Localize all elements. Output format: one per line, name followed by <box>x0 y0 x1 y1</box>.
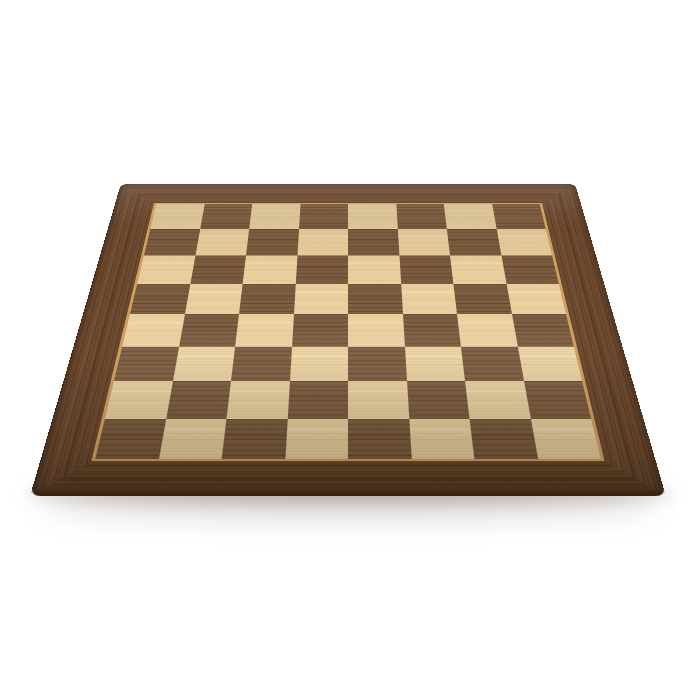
square-a5 <box>130 284 190 314</box>
square-c8 <box>249 204 300 229</box>
playing-field <box>91 203 605 462</box>
product-photo-scene <box>0 0 700 700</box>
square-f5 <box>401 284 457 314</box>
square-a2 <box>105 381 172 418</box>
square-g7 <box>447 229 501 256</box>
chess-board <box>30 184 666 497</box>
square-g8 <box>444 204 496 229</box>
square-g4 <box>457 314 517 346</box>
square-b4 <box>179 314 239 346</box>
square-d4 <box>292 314 348 346</box>
square-a8 <box>150 204 204 229</box>
square-f3 <box>404 346 465 381</box>
square-e2 <box>348 381 409 418</box>
square-h7 <box>496 229 552 256</box>
square-a4 <box>122 314 184 346</box>
square-e6 <box>348 255 401 283</box>
square-b2 <box>166 381 231 418</box>
square-b5 <box>185 284 243 314</box>
square-d3 <box>289 346 348 381</box>
square-a3 <box>114 346 179 381</box>
square-g1 <box>470 419 538 459</box>
square-c6 <box>243 255 297 283</box>
walnut-frame-top <box>115 184 581 204</box>
square-c5 <box>239 284 295 314</box>
square-d1 <box>285 419 348 459</box>
square-e1 <box>348 419 411 459</box>
square-c7 <box>246 229 299 256</box>
square-b7 <box>195 229 249 256</box>
square-b6 <box>190 255 246 283</box>
square-d8 <box>299 204 348 229</box>
square-d7 <box>297 229 348 256</box>
square-f7 <box>397 229 450 256</box>
square-e5 <box>348 284 403 314</box>
square-g5 <box>453 284 511 314</box>
square-g6 <box>450 255 506 283</box>
square-a1 <box>95 419 165 459</box>
square-e3 <box>348 346 407 381</box>
square-f2 <box>407 381 470 418</box>
square-h4 <box>512 314 574 346</box>
square-e7 <box>348 229 399 256</box>
square-c2 <box>226 381 289 418</box>
square-d5 <box>294 284 349 314</box>
square-b1 <box>158 419 226 459</box>
square-a7 <box>144 229 200 256</box>
square-f8 <box>396 204 447 229</box>
square-h1 <box>530 419 600 459</box>
square-d2 <box>287 381 348 418</box>
square-c4 <box>235 314 293 346</box>
square-f4 <box>403 314 461 346</box>
square-a6 <box>137 255 195 283</box>
square-h5 <box>506 284 566 314</box>
square-h8 <box>492 204 546 229</box>
square-c3 <box>231 346 292 381</box>
square-c1 <box>222 419 288 459</box>
square-h3 <box>517 346 582 381</box>
square-e4 <box>348 314 404 346</box>
square-e8 <box>348 204 397 229</box>
square-g2 <box>465 381 530 418</box>
walnut-frame-bottom <box>30 459 666 497</box>
square-b8 <box>200 204 252 229</box>
square-g3 <box>461 346 524 381</box>
square-b3 <box>172 346 235 381</box>
square-h6 <box>501 255 559 283</box>
square-h2 <box>524 381 591 418</box>
square-f1 <box>409 419 475 459</box>
square-f6 <box>399 255 453 283</box>
square-d6 <box>295 255 348 283</box>
